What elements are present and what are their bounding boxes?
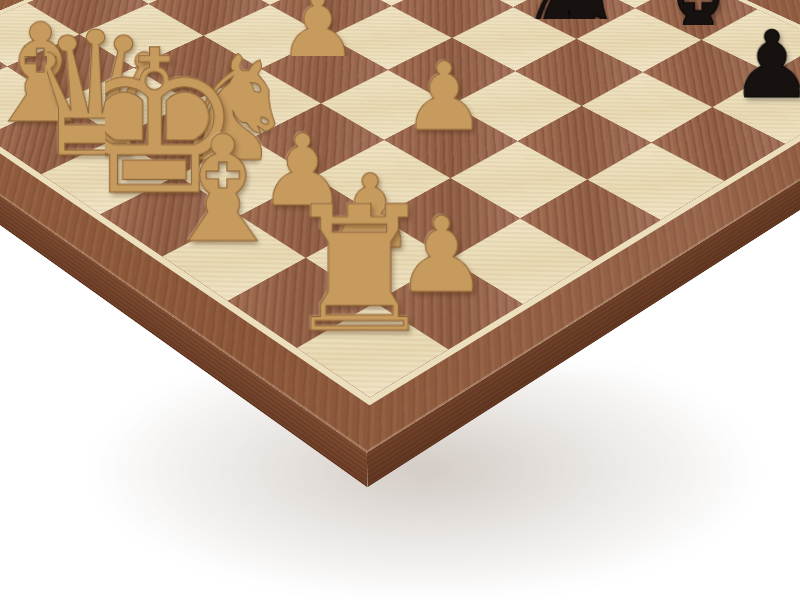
photo-stage: ♝♛♚♝♜♞♟♟♟♟♟♟♟♟♞♟♝♟ [0,0,800,600]
perspective-scene: ♝♛♚♝♜♞♟♟♟♟♟♟♟♟♞♟♝♟ [0,0,800,600]
white-pawn-f4[interactable]: ♟ [397,50,492,145]
black-pawn-glyph: ♟ [730,19,800,112]
black-pawn-h7[interactable]: ♟ [726,19,800,112]
chess-board-frame: ♝♛♚♝♜♞♟♟♟♟♟♟♟♟♞♟♝♟ [0,0,800,453]
white-rook-h1[interactable]: ♜ [306,183,414,357]
black-knight-glyph: ♞ [509,0,631,77]
white-bishop-f1[interactable]: ♝ [172,116,274,263]
white-pawn-glyph: ♟ [402,50,487,145]
black-knight-f6[interactable]: ♞ [525,0,615,77]
white-bishop-glyph: ♝ [157,116,289,263]
white-rook-glyph: ♜ [282,183,438,357]
